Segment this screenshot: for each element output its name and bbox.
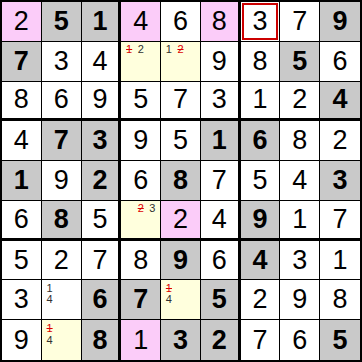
solved-digit: 8 (253, 48, 268, 75)
cell-r7c6[interactable]: 6 (201, 241, 241, 281)
cell-r8c2[interactable]: 14 (42, 280, 82, 320)
solved-digit: 8 (333, 286, 348, 313)
solved-digit: 8 (212, 8, 227, 35)
cell-r1c5[interactable]: 6 (161, 2, 201, 42)
given-digit: 7 (54, 127, 69, 154)
solved-digit: 5 (253, 167, 268, 194)
cell-r9c2[interactable]: 14 (42, 320, 82, 360)
eliminated-candidate-2: 2 (135, 203, 147, 214)
candidate-marks: 23 (123, 203, 158, 236)
cell-r2c4[interactable]: 12 (121, 42, 161, 82)
solved-digit: 6 (173, 8, 188, 35)
cell-r8c3[interactable]: 6 (82, 280, 122, 320)
solved-digit: 5 (92, 206, 107, 233)
given-digit: 2 (92, 167, 107, 194)
sudoku-board: 2514683797341212985686957312447395168219… (0, 0, 362, 362)
eliminated-candidate-2: 2 (175, 44, 187, 56)
cell-r6c3[interactable]: 5 (82, 201, 122, 241)
given-digit: 7 (133, 286, 148, 313)
cell-r7c1[interactable]: 5 (2, 241, 42, 281)
given-digit: 5 (292, 48, 307, 75)
solved-digit: 3 (253, 8, 268, 35)
given-digit: 3 (173, 327, 188, 354)
cell-r2c6[interactable]: 9 (201, 42, 241, 82)
cell-r7c4[interactable]: 8 (121, 241, 161, 281)
cell-r3c1[interactable]: 8 (2, 82, 42, 122)
solved-digit: 6 (292, 327, 307, 354)
solved-digit: 7 (173, 86, 188, 113)
given-digit: 1 (92, 8, 107, 35)
cell-r6c4[interactable]: 23 (121, 201, 161, 241)
cell-r5c7[interactable]: 5 (241, 161, 281, 201)
cell-r5c4[interactable]: 6 (121, 161, 161, 201)
candidate-marks: 12 (123, 44, 158, 79)
cell-r5c1[interactable]: 1 (2, 161, 42, 201)
cell-r4c4[interactable]: 9 (121, 121, 161, 161)
solved-digit: 4 (92, 48, 107, 75)
given-digit: 1 (212, 127, 227, 154)
solved-digit: 4 (133, 8, 148, 35)
eliminated-candidate-1: 1 (163, 282, 175, 294)
candidate-marks: 12 (163, 44, 198, 79)
given-digit: 8 (92, 327, 107, 354)
cell-r2c9[interactable]: 6 (320, 42, 360, 82)
cell-r2c7[interactable]: 8 (241, 42, 281, 82)
solved-digit: 2 (54, 247, 69, 274)
solved-digit: 1 (133, 327, 148, 354)
cell-r1c2[interactable]: 5 (42, 2, 82, 42)
solved-digit: 9 (54, 167, 69, 194)
cell-r1c4[interactable]: 4 (121, 2, 161, 42)
cell-r2c3[interactable]: 4 (82, 42, 122, 82)
cell-r1c6[interactable]: 8 (201, 2, 241, 42)
given-digit: 3 (92, 127, 107, 154)
cell-r1c9[interactable]: 9 (320, 2, 360, 42)
cell-r2c1[interactable]: 7 (2, 42, 42, 82)
solved-digit: 9 (212, 48, 227, 75)
cell-r5c2[interactable]: 9 (42, 161, 82, 201)
cell-r3c4[interactable]: 5 (121, 82, 161, 122)
cell-r7c8[interactable]: 3 (280, 241, 320, 281)
solved-digit: 7 (253, 327, 268, 354)
cell-r7c9[interactable]: 1 (320, 241, 360, 281)
solved-digit: 9 (14, 327, 29, 354)
candidate-marks: 14 (163, 282, 198, 317)
cell-r4c9[interactable]: 2 (320, 121, 360, 161)
cell-r2c8[interactable]: 5 (280, 42, 320, 82)
solved-digit: 3 (212, 86, 227, 113)
cell-r9c3[interactable]: 8 (82, 320, 122, 360)
cell-r6c1[interactable]: 6 (2, 201, 42, 241)
given-digit: 5 (333, 327, 348, 354)
given-digit: 5 (212, 286, 227, 313)
given-digit: 4 (333, 86, 348, 113)
solved-digit: 3 (54, 48, 69, 75)
cell-r9c8[interactable]: 6 (280, 320, 320, 360)
cell-r8c7[interactable]: 2 (241, 280, 281, 320)
cell-r3c3[interactable]: 9 (82, 82, 122, 122)
solved-digit: 7 (92, 247, 107, 274)
solved-digit: 5 (173, 127, 188, 154)
cell-r8c1[interactable]: 3 (2, 280, 42, 320)
cell-r3c2[interactable]: 6 (42, 82, 82, 122)
given-digit: 8 (54, 206, 69, 233)
solved-digit: 4 (14, 127, 29, 154)
cell-r8c9[interactable]: 8 (320, 280, 360, 320)
solved-digit: 9 (92, 86, 107, 113)
solved-digit: 1 (253, 86, 268, 113)
cell-r1c7[interactable]: 3 (241, 2, 281, 42)
cell-r7c2[interactable]: 2 (42, 241, 82, 281)
cell-r4c6[interactable]: 1 (201, 121, 241, 161)
solved-digit: 6 (333, 48, 348, 75)
candidate-1: 1 (44, 282, 56, 294)
cell-r6c5[interactable]: 2 (161, 201, 201, 241)
cell-r6c7[interactable]: 9 (241, 201, 281, 241)
solved-digit: 3 (14, 286, 29, 313)
cell-r4c1[interactable]: 4 (2, 121, 42, 161)
cell-r5c5[interactable]: 8 (161, 161, 201, 201)
cell-r1c8[interactable]: 7 (280, 2, 320, 42)
cell-r4c5[interactable]: 5 (161, 121, 201, 161)
solved-digit: 7 (212, 167, 227, 194)
given-digit: 9 (253, 206, 268, 233)
solved-digit: 3 (292, 247, 307, 274)
given-digit: 3 (333, 167, 348, 194)
cell-r9c7[interactable]: 7 (241, 320, 281, 360)
candidate-3: 3 (147, 203, 159, 214)
solved-digit: 2 (333, 127, 348, 154)
cell-r5c8[interactable]: 4 (280, 161, 320, 201)
solved-digit: 9 (133, 127, 148, 154)
cell-r5c9[interactable]: 3 (320, 161, 360, 201)
given-digit: 2 (212, 327, 227, 354)
solved-digit: 2 (173, 206, 188, 233)
solved-digit: 2 (14, 8, 29, 35)
given-digit: 6 (92, 286, 107, 313)
cell-r3c6[interactable]: 3 (201, 82, 241, 122)
solved-digit: 5 (14, 247, 29, 274)
solved-digit: 5 (133, 86, 148, 113)
candidate-1: 1 (163, 44, 175, 56)
cell-r8c5[interactable]: 14 (161, 280, 201, 320)
solved-digit: 1 (292, 206, 307, 233)
solved-digit: 2 (253, 286, 268, 313)
cell-r7c5[interactable]: 9 (161, 241, 201, 281)
cell-r8c4[interactable]: 7 (121, 280, 161, 320)
solved-digit: 6 (212, 247, 227, 274)
candidate-marks: 14 (44, 322, 79, 358)
cell-r3c7[interactable]: 1 (241, 82, 281, 122)
given-digit: 8 (173, 167, 188, 194)
cell-r4c3[interactable]: 3 (82, 121, 122, 161)
eliminated-candidate-1: 1 (123, 44, 135, 56)
candidate-4: 4 (44, 294, 56, 306)
cell-r4c7[interactable]: 6 (241, 121, 281, 161)
solved-digit: 6 (14, 206, 29, 233)
solved-digit: 8 (14, 86, 29, 113)
cell-r1c3[interactable]: 1 (82, 2, 122, 42)
cell-r7c7[interactable]: 4 (241, 241, 281, 281)
cell-r6c9[interactable]: 7 (320, 201, 360, 241)
given-digit: 1 (14, 167, 29, 194)
given-digit: 4 (253, 247, 268, 274)
cell-r3c5[interactable]: 7 (161, 82, 201, 122)
solved-digit: 7 (292, 8, 307, 35)
solved-digit: 8 (133, 247, 148, 274)
given-digit: 5 (54, 8, 69, 35)
cell-r3c8[interactable]: 2 (280, 82, 320, 122)
cell-r4c2[interactable]: 7 (42, 121, 82, 161)
solved-digit: 8 (292, 127, 307, 154)
solved-digit: 7 (333, 206, 348, 233)
given-digit: 7 (14, 48, 29, 75)
cell-r8c8[interactable]: 9 (280, 280, 320, 320)
given-digit: 9 (173, 247, 188, 274)
cell-r8c6[interactable]: 5 (201, 280, 241, 320)
solved-digit: 6 (133, 167, 148, 194)
solved-digit: 4 (292, 167, 307, 194)
solved-digit: 6 (54, 86, 69, 113)
cell-r6c6[interactable]: 4 (201, 201, 241, 241)
cell-r5c3[interactable]: 2 (82, 161, 122, 201)
cell-r1c1[interactable]: 2 (2, 2, 42, 42)
cell-r9c1[interactable]: 9 (2, 320, 42, 360)
solved-digit: 1 (333, 247, 348, 274)
given-digit: 6 (253, 127, 268, 154)
cell-r7c3[interactable]: 7 (82, 241, 122, 281)
cell-r6c8[interactable]: 1 (280, 201, 320, 241)
candidate-4: 4 (163, 294, 175, 306)
solved-digit: 2 (292, 86, 307, 113)
cell-r2c5[interactable]: 12 (161, 42, 201, 82)
cell-r3c9[interactable]: 4 (320, 82, 360, 122)
cell-r5c6[interactable]: 7 (201, 161, 241, 201)
cell-r9c5[interactable]: 3 (161, 320, 201, 360)
given-digit: 9 (333, 8, 348, 35)
eliminated-candidate-1: 1 (44, 322, 56, 334)
candidate-marks: 14 (44, 282, 79, 317)
solved-digit: 4 (212, 206, 227, 233)
cell-r9c9[interactable]: 5 (320, 320, 360, 360)
candidate-4: 4 (44, 334, 56, 346)
cell-r9c6[interactable]: 2 (201, 320, 241, 360)
cell-r9c4[interactable]: 1 (121, 320, 161, 360)
cell-r6c2[interactable]: 8 (42, 201, 82, 241)
solved-digit: 9 (292, 286, 307, 313)
cell-r2c2[interactable]: 3 (42, 42, 82, 82)
candidate-2: 2 (135, 44, 147, 56)
cell-r4c8[interactable]: 8 (280, 121, 320, 161)
